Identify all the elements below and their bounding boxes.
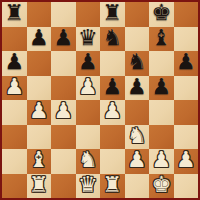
square-b7[interactable]: ♟ [27, 27, 52, 52]
white-knight-d2[interactable]: ♞ [78, 149, 98, 171]
black-pawn-a6[interactable]: ♟ [4, 51, 24, 73]
black-king-g8[interactable]: ♚ [151, 2, 171, 24]
square-h5[interactable] [174, 76, 199, 101]
square-h3[interactable] [174, 125, 199, 150]
square-g4[interactable] [149, 100, 174, 125]
white-pawn-g2[interactable]: ♟ [151, 149, 171, 171]
white-pawn-b4[interactable]: ♟ [29, 100, 49, 122]
black-pawn-h6[interactable]: ♟ [176, 51, 196, 73]
square-d3[interactable] [76, 125, 101, 150]
square-c8[interactable] [51, 2, 76, 27]
square-b2[interactable]: ♝ [27, 149, 52, 174]
square-g7[interactable]: ♝ [149, 27, 174, 52]
square-f3[interactable]: ♞ [125, 125, 150, 150]
square-h2[interactable]: ♟ [174, 149, 199, 174]
square-d5[interactable]: ♟ [76, 76, 101, 101]
square-e4[interactable]: ♟ [100, 100, 125, 125]
square-e5[interactable]: ♟ [100, 76, 125, 101]
square-d2[interactable]: ♞ [76, 149, 101, 174]
black-rook-e8[interactable]: ♜ [102, 2, 122, 24]
square-b5[interactable] [27, 76, 52, 101]
black-pawn-b7[interactable]: ♟ [29, 27, 49, 49]
square-b3[interactable] [27, 125, 52, 150]
chess-board: ♜♜♚♟♟♛♞♝♟♟♞♟♟♟♟♟♟♟♟♟♞♝♞♟♟♟♜♛♜♚ [0, 0, 200, 200]
square-g2[interactable]: ♟ [149, 149, 174, 174]
square-c3[interactable] [51, 125, 76, 150]
square-f8[interactable] [125, 2, 150, 27]
square-d6[interactable]: ♟ [76, 51, 101, 76]
square-b8[interactable] [27, 2, 52, 27]
square-f5[interactable]: ♟ [125, 76, 150, 101]
square-c5[interactable] [51, 76, 76, 101]
square-e7[interactable]: ♞ [100, 27, 125, 52]
black-bishop-g7[interactable]: ♝ [151, 27, 171, 49]
black-pawn-e5[interactable]: ♟ [102, 76, 122, 98]
square-h8[interactable] [174, 2, 199, 27]
black-knight-e7[interactable]: ♞ [102, 27, 122, 49]
square-h4[interactable] [174, 100, 199, 125]
square-a3[interactable] [2, 125, 27, 150]
square-h6[interactable]: ♟ [174, 51, 199, 76]
square-d1[interactable]: ♛ [76, 174, 101, 199]
square-a8[interactable]: ♜ [2, 2, 27, 27]
square-b4[interactable]: ♟ [27, 100, 52, 125]
square-e1[interactable]: ♜ [100, 174, 125, 199]
white-pawn-d5[interactable]: ♟ [78, 76, 98, 98]
square-a5[interactable]: ♟ [2, 76, 27, 101]
black-pawn-d6[interactable]: ♟ [78, 51, 98, 73]
square-a4[interactable] [2, 100, 27, 125]
square-c1[interactable] [51, 174, 76, 199]
square-f7[interactable] [125, 27, 150, 52]
white-pawn-a5[interactable]: ♟ [4, 76, 24, 98]
black-rook-a8[interactable]: ♜ [4, 2, 24, 24]
white-pawn-h2[interactable]: ♟ [176, 149, 196, 171]
square-h7[interactable] [174, 27, 199, 52]
white-pawn-c4[interactable]: ♟ [53, 100, 73, 122]
square-c6[interactable] [51, 51, 76, 76]
square-e3[interactable] [100, 125, 125, 150]
black-pawn-f5[interactable]: ♟ [127, 76, 147, 98]
square-a6[interactable]: ♟ [2, 51, 27, 76]
black-queen-d7[interactable]: ♛ [78, 27, 98, 49]
white-bishop-b2[interactable]: ♝ [29, 149, 49, 171]
white-pawn-e4[interactable]: ♟ [102, 100, 122, 122]
square-a2[interactable] [2, 149, 27, 174]
square-b1[interactable]: ♜ [27, 174, 52, 199]
white-rook-b1[interactable]: ♜ [29, 174, 49, 196]
square-e6[interactable] [100, 51, 125, 76]
white-king-g1[interactable]: ♚ [151, 174, 171, 196]
square-d8[interactable] [76, 2, 101, 27]
square-a1[interactable] [2, 174, 27, 199]
square-f6[interactable]: ♞ [125, 51, 150, 76]
square-d4[interactable] [76, 100, 101, 125]
square-g3[interactable] [149, 125, 174, 150]
black-pawn-c7[interactable]: ♟ [53, 27, 73, 49]
square-g5[interactable]: ♟ [149, 76, 174, 101]
square-f2[interactable]: ♟ [125, 149, 150, 174]
white-pawn-f2[interactable]: ♟ [127, 149, 147, 171]
square-a7[interactable] [2, 27, 27, 52]
square-b6[interactable] [27, 51, 52, 76]
square-d7[interactable]: ♛ [76, 27, 101, 52]
square-g8[interactable]: ♚ [149, 2, 174, 27]
square-e8[interactable]: ♜ [100, 2, 125, 27]
square-f4[interactable] [125, 100, 150, 125]
black-knight-f6[interactable]: ♞ [127, 51, 147, 73]
square-h1[interactable] [174, 174, 199, 199]
white-queen-d1[interactable]: ♛ [78, 174, 98, 196]
square-c2[interactable] [51, 149, 76, 174]
square-c7[interactable]: ♟ [51, 27, 76, 52]
square-f1[interactable] [125, 174, 150, 199]
square-g1[interactable]: ♚ [149, 174, 174, 199]
square-c4[interactable]: ♟ [51, 100, 76, 125]
square-g6[interactable] [149, 51, 174, 76]
black-pawn-g5[interactable]: ♟ [151, 76, 171, 98]
white-rook-e1[interactable]: ♜ [102, 174, 122, 196]
white-knight-f3[interactable]: ♞ [127, 125, 147, 147]
square-e2[interactable] [100, 149, 125, 174]
